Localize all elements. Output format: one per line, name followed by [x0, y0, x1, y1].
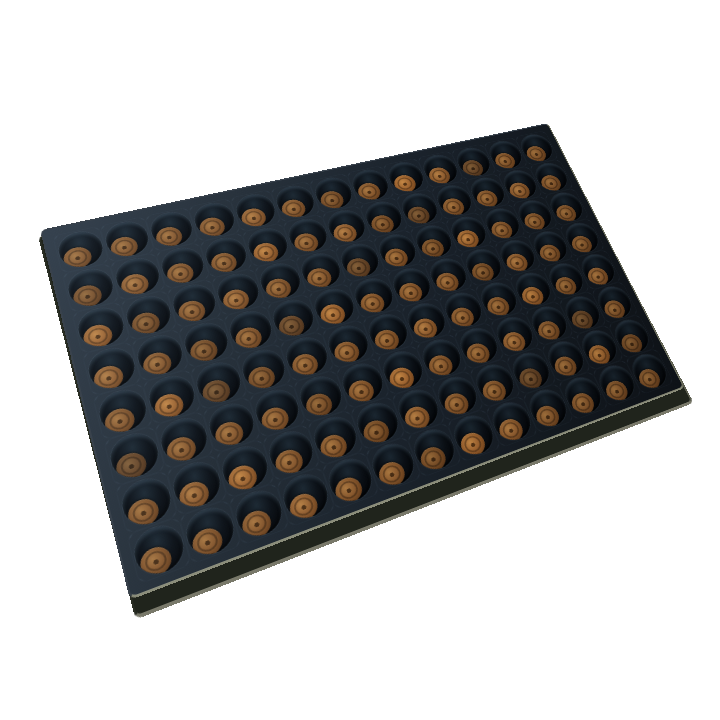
coir-pellet — [602, 378, 631, 405]
coir-pellet — [286, 490, 321, 524]
cell-hole — [232, 486, 287, 542]
coir-pellet — [375, 458, 408, 490]
coir-pellet — [137, 542, 175, 580]
cell-hole — [182, 502, 238, 560]
coir-pellet — [417, 443, 450, 474]
coir-pellet — [635, 366, 664, 392]
coir-pellet — [189, 524, 226, 561]
coir-pellet — [495, 416, 526, 445]
product-photo — [0, 0, 720, 720]
coir-pellet — [532, 402, 563, 431]
coir-pellet — [568, 390, 598, 418]
coir-pellet — [457, 429, 489, 459]
coir-pellet — [239, 506, 275, 542]
cell-hole — [130, 520, 188, 580]
coir-pellet — [332, 474, 366, 507]
